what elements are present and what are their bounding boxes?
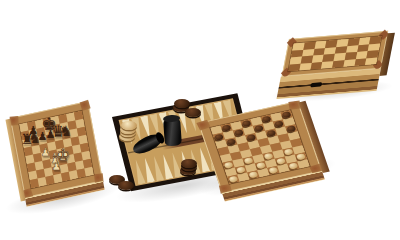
box-clasp [310,82,322,87]
chess-piece-P: ♟ [51,161,61,172]
backgammon-checker-dark [118,181,134,190]
backgammon-checker-dark [174,99,190,108]
board-square [365,57,377,65]
chess-corner-inlay [80,100,91,111]
checkers-squares [210,110,309,184]
closed-box [282,31,389,77]
board-square [297,159,309,168]
box-lid-checkerboard [288,36,381,71]
dice-cup-standing [163,117,182,146]
chess-piece-q: ♛ [51,124,65,140]
checkers-corner-inlay [196,120,210,131]
backgammon-checker-dark [181,159,197,168]
game-set-photo: ♟♚♜♞♟♟♛♞♟♝♚♟ [0,0,400,240]
backgammon-point [131,158,146,185]
board-square [84,167,93,177]
backgammon-checker-dark [185,108,201,117]
